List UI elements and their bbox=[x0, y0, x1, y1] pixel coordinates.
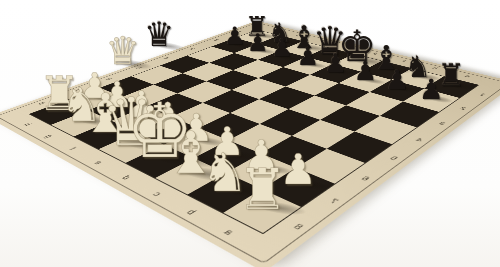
black-pawn[interactable]: ♟ bbox=[271, 37, 293, 62]
white-queen-extra[interactable]: ♛ bbox=[105, 31, 139, 69]
rank-label: 1 bbox=[474, 92, 490, 98]
file-label: b bbox=[179, 206, 201, 218]
rank-label: 7 bbox=[323, 196, 344, 208]
rank-label: 6 bbox=[355, 174, 375, 184]
file-label: a bbox=[216, 226, 239, 240]
scene: hhggffeeddccbbaa8877665544332211 ♜♞♝♛♚♝♞… bbox=[0, 0, 500, 267]
white-rook[interactable]: ♜ bbox=[237, 161, 288, 218]
rank-label: 2 bbox=[455, 105, 471, 112]
file-label: g bbox=[39, 132, 56, 140]
black-queen-extra[interactable]: ♛ bbox=[144, 18, 174, 52]
rank-label: 8 bbox=[287, 220, 310, 233]
file-label: c bbox=[145, 189, 166, 200]
rank-label: 5 bbox=[384, 154, 403, 163]
black-pawn[interactable]: ♟ bbox=[247, 30, 269, 54]
black-pawn[interactable]: ♟ bbox=[385, 67, 409, 94]
rank-label: 3 bbox=[186, 47, 199, 51]
rank-label: 2 bbox=[210, 38, 222, 42]
black-pawn[interactable]: ♟ bbox=[224, 24, 246, 48]
file-label: f bbox=[62, 145, 80, 154]
rank-label: 4 bbox=[410, 136, 428, 144]
black-pawn[interactable]: ♟ bbox=[353, 59, 377, 85]
rank-label: 4 bbox=[160, 56, 173, 61]
black-pawn[interactable]: ♟ bbox=[324, 51, 347, 77]
file-label: h bbox=[18, 121, 35, 128]
black-pawn[interactable]: ♟ bbox=[419, 75, 444, 103]
rank-label: 3 bbox=[433, 120, 450, 128]
black-pawn[interactable]: ♟ bbox=[297, 44, 320, 69]
